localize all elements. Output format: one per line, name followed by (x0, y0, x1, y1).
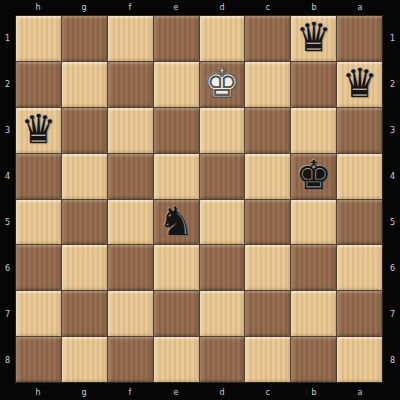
bottom-file-labels: hgfedcba (15, 385, 383, 400)
file-label: g (61, 385, 107, 400)
file-label: e (153, 385, 199, 400)
rank-label: 4 (0, 153, 15, 199)
square-f5[interactable] (108, 200, 153, 245)
square-b7[interactable] (291, 291, 336, 336)
file-label: a (337, 385, 383, 400)
square-g7[interactable] (62, 291, 107, 336)
square-g8[interactable] (62, 337, 107, 382)
piece-black-knight-e5[interactable]: ♞ (158, 201, 194, 241)
square-c4[interactable] (245, 154, 290, 199)
square-h1[interactable] (16, 16, 61, 61)
square-a4[interactable] (337, 154, 382, 199)
square-e7[interactable] (154, 291, 199, 336)
rank-label: 6 (385, 245, 400, 291)
file-label: b (291, 385, 337, 400)
rank-label: 6 (0, 245, 15, 291)
square-b2[interactable] (291, 62, 336, 107)
file-label: d (199, 385, 245, 400)
square-a2[interactable]: ♛ (337, 62, 382, 107)
rank-label: 7 (0, 291, 15, 337)
rank-label: 3 (0, 107, 15, 153)
rank-label: 1 (0, 15, 15, 61)
square-b8[interactable] (291, 337, 336, 382)
file-label: e (153, 0, 199, 15)
square-c3[interactable] (245, 108, 290, 153)
rank-label: 8 (385, 337, 400, 383)
square-e3[interactable] (154, 108, 199, 153)
square-e5[interactable]: ♞ (154, 200, 199, 245)
rank-label: 5 (0, 199, 15, 245)
square-d4[interactable] (200, 154, 245, 199)
square-c8[interactable] (245, 337, 290, 382)
file-label: h (15, 385, 61, 400)
square-a5[interactable] (337, 200, 382, 245)
rank-label: 8 (0, 337, 15, 383)
square-g1[interactable] (62, 16, 107, 61)
piece-black-queen-a2[interactable]: ♛ (342, 63, 378, 103)
square-b3[interactable] (291, 108, 336, 153)
chess-board: ♛♚♛♛♚♞ (15, 15, 383, 383)
square-d7[interactable] (200, 291, 245, 336)
top-file-labels: hgfedcba (15, 0, 383, 15)
file-label: c (245, 0, 291, 15)
square-a6[interactable] (337, 245, 382, 290)
square-f8[interactable] (108, 337, 153, 382)
square-g5[interactable] (62, 200, 107, 245)
square-f7[interactable] (108, 291, 153, 336)
square-e4[interactable] (154, 154, 199, 199)
square-c5[interactable] (245, 200, 290, 245)
square-h6[interactable] (16, 245, 61, 290)
right-rank-labels: 12345678 (385, 15, 400, 383)
rank-label: 2 (385, 61, 400, 107)
left-rank-labels: 12345678 (0, 15, 15, 383)
rank-label: 1 (385, 15, 400, 61)
square-a8[interactable] (337, 337, 382, 382)
square-d8[interactable] (200, 337, 245, 382)
square-h3[interactable]: ♛ (16, 108, 61, 153)
rank-label: 3 (385, 107, 400, 153)
square-b5[interactable] (291, 200, 336, 245)
square-g6[interactable] (62, 245, 107, 290)
rank-label: 7 (385, 291, 400, 337)
rank-label: 4 (385, 153, 400, 199)
square-a1[interactable] (337, 16, 382, 61)
file-label: f (107, 385, 153, 400)
piece-black-queen-h3[interactable]: ♛ (21, 109, 57, 149)
square-c7[interactable] (245, 291, 290, 336)
square-h7[interactable] (16, 291, 61, 336)
square-e8[interactable] (154, 337, 199, 382)
square-c1[interactable] (245, 16, 290, 61)
file-label: c (245, 385, 291, 400)
square-b6[interactable] (291, 245, 336, 290)
file-label: g (61, 0, 107, 15)
square-c6[interactable] (245, 245, 290, 290)
square-f3[interactable] (108, 108, 153, 153)
square-d3[interactable] (200, 108, 245, 153)
piece-black-king-b4[interactable]: ♚ (296, 155, 332, 195)
square-d2[interactable]: ♚ (200, 62, 245, 107)
square-h5[interactable] (16, 200, 61, 245)
file-label: h (15, 0, 61, 15)
square-c2[interactable] (245, 62, 290, 107)
piece-black-queen-b1[interactable]: ♛ (296, 17, 332, 57)
square-a7[interactable] (337, 291, 382, 336)
square-b4[interactable]: ♚ (291, 154, 336, 199)
square-a3[interactable] (337, 108, 382, 153)
square-g3[interactable] (62, 108, 107, 153)
square-h2[interactable] (16, 62, 61, 107)
file-label: b (291, 0, 337, 15)
square-f2[interactable] (108, 62, 153, 107)
file-label: a (337, 0, 383, 15)
square-e2[interactable] (154, 62, 199, 107)
page: { "game": "chess", "position": { "fen_pi… (0, 0, 400, 400)
square-d5[interactable] (200, 200, 245, 245)
square-f6[interactable] (108, 245, 153, 290)
square-g4[interactable] (62, 154, 107, 199)
square-e1[interactable] (154, 16, 199, 61)
rank-label: 5 (385, 199, 400, 245)
square-d6[interactable] (200, 245, 245, 290)
square-f4[interactable] (108, 154, 153, 199)
square-e6[interactable] (154, 245, 199, 290)
square-b1[interactable]: ♛ (291, 16, 336, 61)
square-h8[interactable] (16, 337, 61, 382)
piece-white-king-d2[interactable]: ♚ (204, 63, 240, 103)
square-g2[interactable] (62, 62, 107, 107)
file-label: f (107, 0, 153, 15)
square-f1[interactable] (108, 16, 153, 61)
square-h4[interactable] (16, 154, 61, 199)
file-label: d (199, 0, 245, 15)
square-d1[interactable] (200, 16, 245, 61)
rank-label: 2 (0, 61, 15, 107)
